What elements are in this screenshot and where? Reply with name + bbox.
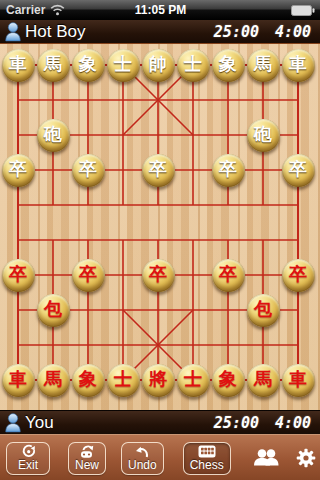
piece-red-p[interactable]: 卒	[282, 259, 315, 292]
board-grid-lines	[0, 44, 320, 410]
chess-label: Chess	[190, 459, 224, 472]
piece-black-a[interactable]: 士	[177, 49, 210, 82]
player-bar: You 25:00 4:00	[0, 410, 320, 434]
piece-red-c[interactable]: 包	[37, 294, 70, 327]
opponent-name: Hot Boy	[25, 22, 197, 42]
piece-red-b[interactable]: 象	[72, 364, 105, 397]
piece-black-p[interactable]: 卒	[72, 154, 105, 187]
piece-black-r[interactable]: 車	[2, 49, 35, 82]
piece-black-c[interactable]: 砲	[37, 119, 70, 152]
opponent-bar: Hot Boy 25:00 4:00	[0, 20, 320, 44]
status-bar: Carrier 11:05 PM	[0, 0, 320, 20]
player-avatar-icon	[4, 413, 22, 433]
piece-black-r[interactable]: 車	[282, 49, 315, 82]
player-name: You	[25, 413, 197, 433]
wifi-icon	[50, 4, 65, 16]
player-move-clock: 4:00	[259, 414, 311, 432]
new-game-button[interactable]: New	[68, 442, 106, 475]
piece-black-b[interactable]: 象	[72, 49, 105, 82]
settings-button[interactable]	[295, 447, 317, 469]
piece-red-a[interactable]: 士	[177, 364, 210, 397]
undo-label: Undo	[128, 459, 157, 472]
undo-button[interactable]: Undo	[121, 442, 164, 475]
chess-board-icon	[198, 444, 216, 459]
xiangqi-app-screen: Carrier 11:05 PM Hot Boy	[0, 0, 320, 480]
piece-red-a[interactable]: 士	[107, 364, 140, 397]
piece-black-c[interactable]: 砲	[247, 119, 280, 152]
exit-label: Exit	[18, 459, 38, 472]
settings-gear-icon	[295, 447, 317, 469]
new-label: New	[75, 459, 99, 472]
new-game-icon	[79, 444, 95, 459]
players-icon	[251, 447, 281, 469]
piece-red-r[interactable]: 車	[2, 364, 35, 397]
players-button[interactable]	[251, 447, 281, 469]
carrier-label: Carrier	[6, 3, 45, 17]
piece-black-p[interactable]: 卒	[282, 154, 315, 187]
piece-black-n[interactable]: 馬	[247, 49, 280, 82]
piece-black-p[interactable]: 卒	[2, 154, 35, 187]
exit-icon	[21, 444, 36, 459]
battery-icon	[291, 5, 315, 16]
piece-red-n[interactable]: 馬	[247, 364, 280, 397]
opponent-main-clock: 25:00	[197, 23, 259, 41]
piece-black-p[interactable]: 卒	[212, 154, 245, 187]
piece-red-p[interactable]: 卒	[142, 259, 175, 292]
piece-red-b[interactable]: 象	[212, 364, 245, 397]
piece-black-b[interactable]: 象	[212, 49, 245, 82]
piece-black-a[interactable]: 士	[107, 49, 140, 82]
piece-red-p[interactable]: 卒	[212, 259, 245, 292]
piece-red-c[interactable]: 包	[247, 294, 280, 327]
xiangqi-board[interactable]: 車馬象士帥士象馬車砲砲卒卒卒卒卒卒卒卒卒卒包包車馬象士將士象馬車	[0, 44, 320, 410]
opponent-avatar-icon	[4, 22, 22, 42]
piece-red-r[interactable]: 車	[282, 364, 315, 397]
piece-red-p[interactable]: 卒	[72, 259, 105, 292]
piece-black-k[interactable]: 帥	[142, 49, 175, 82]
chess-mode-button[interactable]: Chess	[183, 442, 231, 475]
piece-red-n[interactable]: 馬	[37, 364, 70, 397]
piece-red-p[interactable]: 卒	[2, 259, 35, 292]
exit-button[interactable]: Exit	[6, 442, 50, 475]
clock-label: 11:05 PM	[96, 3, 225, 17]
bottom-toolbar: Exit New Undo	[0, 434, 320, 480]
piece-black-n[interactable]: 馬	[37, 49, 70, 82]
undo-icon	[134, 444, 150, 459]
piece-red-k[interactable]: 將	[142, 364, 175, 397]
piece-black-p[interactable]: 卒	[142, 154, 175, 187]
player-main-clock: 25:00	[197, 414, 259, 432]
opponent-move-clock: 4:00	[259, 23, 311, 41]
